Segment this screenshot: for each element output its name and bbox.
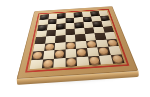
checker-tan[interactable] — [55, 50, 64, 57]
checker-tan[interactable] — [87, 41, 96, 47]
square-r8c4[interactable] — [65, 57, 77, 67]
checkers-board — [17, 6, 139, 79]
checker-tan[interactable] — [66, 42, 74, 48]
checker-tan[interactable] — [99, 48, 109, 55]
checker-tan[interactable] — [112, 55, 123, 62]
checker-tan[interactable] — [43, 60, 53, 68]
checkers-set-photo — [0, 0, 150, 97]
checker-tan[interactable] — [107, 40, 117, 46]
board-scene — [4, 0, 146, 79]
square-r8c2[interactable] — [41, 58, 54, 68]
checker-tan[interactable] — [45, 44, 54, 50]
checker-tan[interactable] — [66, 58, 75, 66]
checker-tan[interactable] — [33, 52, 43, 59]
checker-tan[interactable] — [89, 57, 99, 65]
board-perspective-wrap — [4, 0, 146, 91]
square-r8c3[interactable] — [53, 58, 65, 68]
checker-tan[interactable] — [77, 49, 86, 56]
